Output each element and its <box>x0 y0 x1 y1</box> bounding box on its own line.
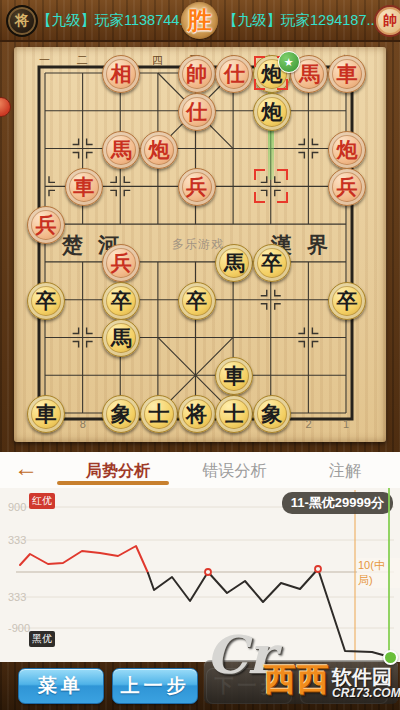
piece-black-卒[interactable]: 卒 <box>253 244 291 282</box>
piece-black-士[interactable]: 士 <box>215 395 253 433</box>
tab-situation-analysis[interactable]: 局势分析 <box>62 461 174 482</box>
prev-step-button[interactable]: 上一步 <box>112 668 198 704</box>
piece-red-相[interactable]: 相 <box>102 55 140 93</box>
piece-red-兵[interactable]: 兵 <box>102 244 140 282</box>
piece-black-象[interactable]: 象 <box>253 395 291 433</box>
watermark: Cr 西西 软件园 CR173.COM <box>204 630 398 706</box>
piece-red-兵[interactable]: 兵 <box>27 206 65 244</box>
active-tab-underline <box>57 481 169 485</box>
piece-red-馬[interactable]: 馬 <box>102 131 140 169</box>
left-player-name: 【九级】玩家1138744.. <box>37 11 187 30</box>
piece-black-卒[interactable]: 卒 <box>27 282 65 320</box>
piece-red-仕[interactable]: 仕 <box>178 93 216 131</box>
y-axis-tick-label: 333 <box>8 534 26 546</box>
red-advantage-badge: 红优 <box>29 493 55 509</box>
piece-black-卒[interactable]: 卒 <box>178 282 216 320</box>
analysis-tabbar: ← 局势分析 错误分析 注解 <box>0 452 400 488</box>
current-move-line <box>388 462 390 658</box>
phase-marker-label: 10(中局) <box>357 558 400 588</box>
piece-black-象[interactable]: 象 <box>102 395 140 433</box>
tab-annotation[interactable]: 注解 <box>312 461 378 482</box>
y-axis-tick-label: -900 <box>8 622 30 634</box>
current-move-dot[interactable] <box>383 650 398 665</box>
piece-black-炮[interactable]: 炮 <box>253 93 291 131</box>
tab-error-analysis[interactable]: 错误分析 <box>182 461 287 482</box>
black-general-icon: 将 <box>6 5 38 37</box>
piece-red-車[interactable]: 車 <box>65 168 103 206</box>
piece-red-帥[interactable]: 帥 <box>178 55 216 93</box>
y-axis-tick-label: 900 <box>8 501 26 513</box>
piece-black-将[interactable]: 将 <box>178 395 216 433</box>
watermark-url: CR173.COM <box>332 686 400 700</box>
red-general-icon: 帥 <box>374 5 400 37</box>
piece-red-仕[interactable]: 仕 <box>215 55 253 93</box>
piece-red-炮[interactable]: 炮 <box>140 131 178 169</box>
move-eval-badge: 11-黑优29999分 <box>282 492 393 514</box>
piece-red-兵[interactable]: 兵 <box>178 168 216 206</box>
piece-red-車[interactable]: 車 <box>328 55 366 93</box>
piece-black-卒[interactable]: 卒 <box>102 282 140 320</box>
piece-black-士[interactable]: 士 <box>140 395 178 433</box>
watermark-site-name: 西西 <box>264 658 330 702</box>
result-badge: 胜 <box>181 2 218 39</box>
piece-black-炮[interactable]: 炮 <box>253 55 291 93</box>
right-player-name: 【九级】玩家1294187.. <box>223 11 375 30</box>
piece-black-車[interactable]: 車 <box>27 395 65 433</box>
menu-button[interactable]: 菜单 <box>18 668 104 704</box>
app-screen: 将 【九级】玩家1138744.. 胜 【九级】玩家1294187.. 帥 楚河… <box>0 0 400 710</box>
piece-red-炮[interactable]: 炮 <box>328 131 366 169</box>
piece-black-馬[interactable]: 馬 <box>215 244 253 282</box>
edge-red-knob <box>0 97 11 117</box>
piece-black-卒[interactable]: 卒 <box>328 282 366 320</box>
back-arrow-icon[interactable]: ← <box>14 454 38 482</box>
black-advantage-badge: 黑优 <box>29 631 55 647</box>
player-bar: 将 【九级】玩家1138744.. 胜 【九级】玩家1294187.. 帥 <box>0 0 400 42</box>
y-axis-tick-label: 333 <box>8 591 26 603</box>
